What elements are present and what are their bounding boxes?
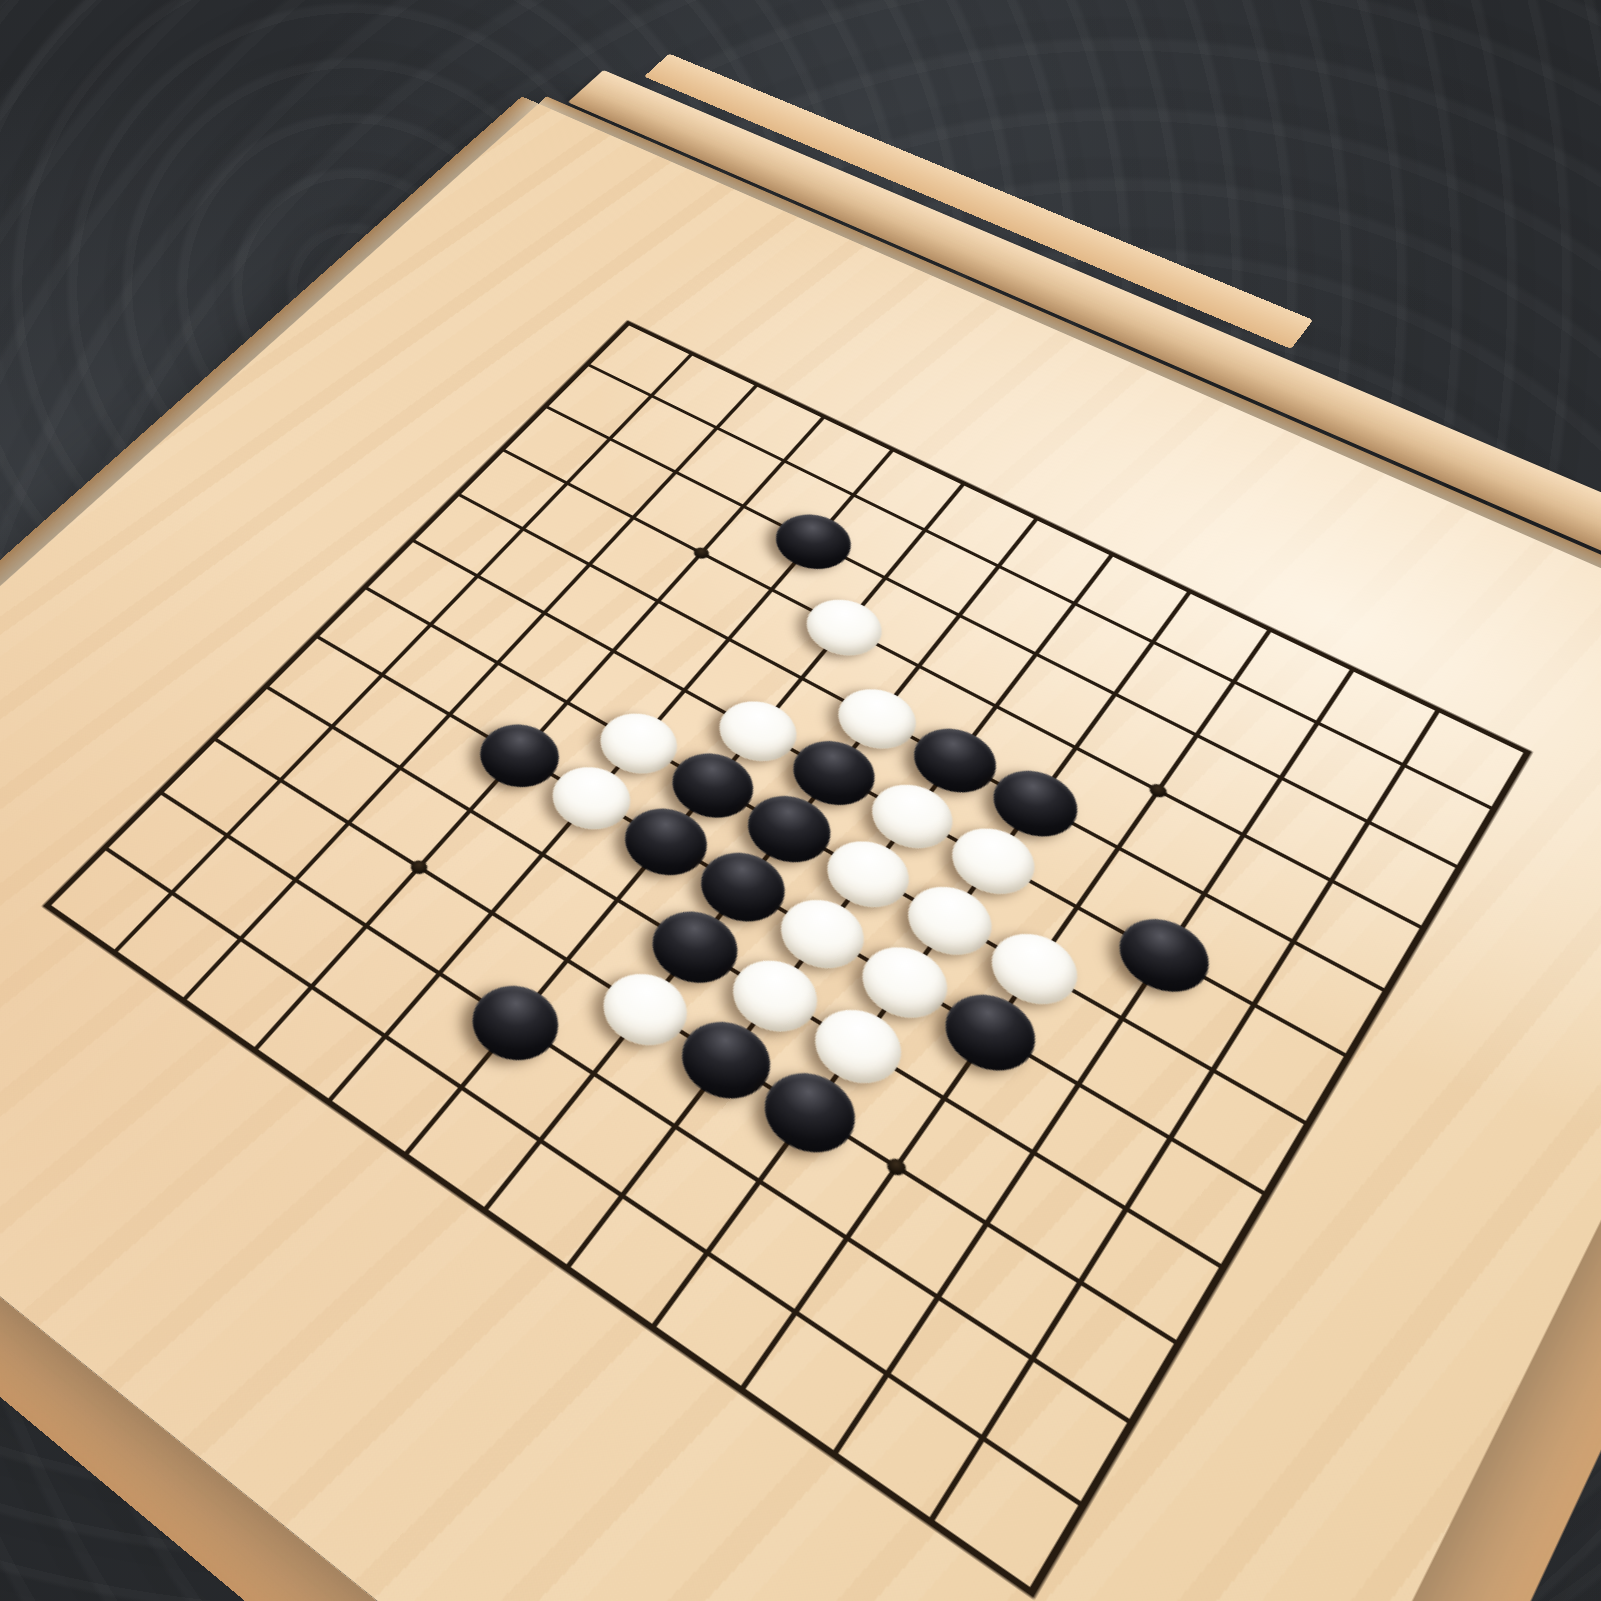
go-stone-white[interactable] (793, 589, 895, 667)
star-point (691, 545, 712, 560)
star-point (408, 858, 431, 877)
star-point (1147, 781, 1170, 799)
go-stone-black[interactable] (1105, 905, 1224, 1007)
star-point (884, 1155, 909, 1178)
go-stone-black[interactable] (762, 504, 864, 580)
go-stone-black[interactable] (456, 971, 575, 1075)
